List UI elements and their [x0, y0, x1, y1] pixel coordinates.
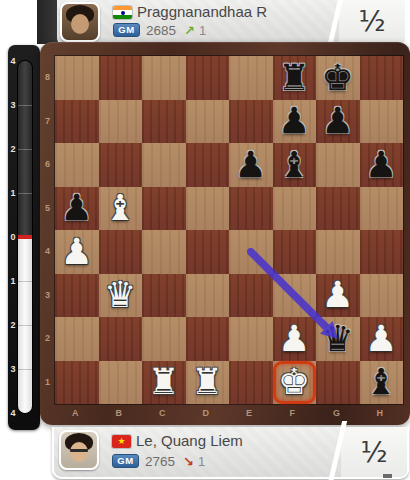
- player-avatar-bottom: [59, 430, 99, 470]
- rating-top: 2685: [146, 23, 176, 38]
- square-a2[interactable]: [55, 317, 99, 361]
- piece-wP-a4[interactable]: ♟: [55, 230, 99, 274]
- board-squares: ♜♚♟♟♟♝♟♟♝♟♛♟♟♛♟♜♜♚♝: [55, 56, 403, 404]
- eval-label-3: 1: [9, 188, 17, 198]
- file-label-f: F: [290, 408, 296, 418]
- square-h7[interactable]: [360, 100, 404, 144]
- square-b8[interactable]: [99, 56, 143, 100]
- rank-label-4: 4: [45, 246, 50, 256]
- square-d2[interactable]: [186, 317, 230, 361]
- piece-wR-d1[interactable]: ♜: [186, 361, 230, 405]
- square-a3[interactable]: [55, 274, 99, 318]
- square-g5[interactable]: [316, 187, 360, 231]
- avatar-face: [70, 442, 88, 462]
- square-c5[interactable]: [142, 187, 186, 231]
- player-bar-top: Praggnanandhaa R GM 2685 ↗ 1 ½: [57, 0, 405, 44]
- square-h4[interactable]: [360, 230, 404, 274]
- square-d4[interactable]: [186, 230, 230, 274]
- avatar-glasses: [70, 449, 88, 452]
- rating-trend-down-icon: ↘: [183, 454, 194, 469]
- flag-vietnam-icon: ★: [112, 435, 131, 448]
- score-bottom: ½: [360, 436, 387, 469]
- rank-label-7: 7: [45, 116, 50, 126]
- square-c7[interactable]: [142, 100, 186, 144]
- square-c2[interactable]: [142, 317, 186, 361]
- rating-bottom: 2765: [145, 454, 175, 469]
- piece-bB-h1[interactable]: ♝: [360, 361, 404, 405]
- piece-bB-f6[interactable]: ♝: [273, 143, 317, 187]
- piece-bR-f8[interactable]: ♜: [273, 56, 317, 100]
- square-e4[interactable]: [229, 230, 273, 274]
- rank-label-2: 2: [45, 333, 50, 343]
- square-h5[interactable]: [360, 187, 404, 231]
- square-b1[interactable]: [99, 361, 143, 405]
- evaluation-bar: 432101234: [8, 45, 40, 430]
- square-b2[interactable]: [99, 317, 143, 361]
- square-d7[interactable]: [186, 100, 230, 144]
- square-b4[interactable]: [99, 230, 143, 274]
- file-label-h: H: [377, 408, 384, 418]
- square-f4[interactable]: [273, 230, 317, 274]
- piece-bP-f7[interactable]: ♟: [273, 100, 317, 144]
- square-e7[interactable]: [229, 100, 273, 144]
- evaluation-zero-marker: [18, 235, 32, 239]
- title-badge-bottom: GM: [112, 454, 139, 468]
- rank-label-1: 1: [45, 377, 50, 387]
- evaluation-track: [18, 61, 32, 413]
- player-name-top: Praggnanandhaa R: [137, 3, 267, 20]
- square-f5[interactable]: [273, 187, 317, 231]
- piece-bP-e6[interactable]: ♟: [229, 143, 273, 187]
- square-e2[interactable]: [229, 317, 273, 361]
- square-d5[interactable]: [186, 187, 230, 231]
- rank-label-8: 8: [45, 72, 50, 82]
- square-d8[interactable]: [186, 56, 230, 100]
- eval-label-2: 2: [9, 144, 17, 154]
- square-g6[interactable]: [316, 143, 360, 187]
- square-a7[interactable]: [55, 100, 99, 144]
- square-e1[interactable]: [229, 361, 273, 405]
- piece-wR-c1[interactable]: ♜: [142, 361, 186, 405]
- square-c6[interactable]: [142, 143, 186, 187]
- player-name-bottom: Le, Quang Liem: [136, 432, 243, 449]
- score-top: ½: [358, 5, 385, 38]
- file-label-e: E: [246, 408, 252, 418]
- avatar-face: [71, 14, 89, 34]
- eval-tick: [18, 105, 32, 106]
- square-b7[interactable]: [99, 100, 143, 144]
- file-label-d: D: [203, 408, 210, 418]
- player-avatar-top: [60, 2, 100, 42]
- eval-tick: [18, 325, 32, 326]
- eval-label-0: 4: [9, 56, 17, 66]
- broadcast-panel: Praggnanandhaa R GM 2685 ↗ 1 ½ 432101234…: [0, 0, 410, 480]
- square-h3[interactable]: [360, 274, 404, 318]
- square-a8[interactable]: [55, 56, 99, 100]
- rating-trend-value-top: 1: [199, 23, 206, 38]
- piece-wP-h2[interactable]: ♟: [360, 317, 404, 361]
- file-label-a: A: [72, 408, 79, 418]
- piece-bK-g8[interactable]: ♚: [316, 56, 360, 100]
- piece-bP-h6[interactable]: ♟: [360, 143, 404, 187]
- piece-wK-f1[interactable]: ♚: [273, 361, 317, 405]
- square-h8[interactable]: [360, 56, 404, 100]
- square-b6[interactable]: [99, 143, 143, 187]
- square-a6[interactable]: [55, 143, 99, 187]
- rank-label-3: 3: [45, 290, 50, 300]
- background-panel-strip: [37, 0, 58, 44]
- square-f3[interactable]: [273, 274, 317, 318]
- square-g1[interactable]: [316, 361, 360, 405]
- eval-tick: [18, 193, 32, 194]
- file-label-c: C: [159, 408, 166, 418]
- file-label-b: B: [116, 408, 123, 418]
- square-c8[interactable]: [142, 56, 186, 100]
- eval-label-8: 4: [9, 408, 17, 418]
- square-a1[interactable]: [55, 361, 99, 405]
- square-d3[interactable]: [186, 274, 230, 318]
- square-g4[interactable]: [316, 230, 360, 274]
- piece-wP-f2[interactable]: ♟: [273, 317, 317, 361]
- square-d6[interactable]: [186, 143, 230, 187]
- board: ♜♚♟♟♟♝♟♟♝♟♛♟♟♛♟♜♜♚♝ 87654321ABCDEFGH: [40, 42, 410, 425]
- rank-label-5: 5: [45, 203, 50, 213]
- eval-label-5: 1: [9, 276, 17, 286]
- square-e5[interactable]: [229, 187, 273, 231]
- eval-tick: [18, 281, 32, 282]
- player-bar-bottom: ★ Le, Quang Liem GM 2765 ↘ 1 ½: [52, 427, 409, 479]
- rating-trend-up-icon: ↗: [184, 23, 195, 38]
- piece-wQ-b3[interactable]: ♛: [99, 274, 143, 318]
- piece-wB-b5[interactable]: ♝: [99, 187, 143, 231]
- eval-tick: [18, 369, 32, 370]
- eval-label-4: 0: [9, 232, 17, 242]
- score-zone-top: ½: [339, 0, 405, 42]
- file-label-g: G: [333, 408, 340, 418]
- piece-bP-g7[interactable]: ♟: [316, 100, 360, 144]
- flag-india-icon: [113, 6, 132, 19]
- square-e8[interactable]: [229, 56, 273, 100]
- eval-label-6: 2: [9, 320, 17, 330]
- square-c3[interactable]: [142, 274, 186, 318]
- piece-wP-g3[interactable]: ♟: [316, 274, 360, 318]
- piece-bP-a5[interactable]: ♟: [55, 187, 99, 231]
- panel-notch: [383, 474, 392, 478]
- rank-label-6: 6: [45, 159, 50, 169]
- square-e3[interactable]: [229, 274, 273, 318]
- piece-bQ-g2[interactable]: ♛: [316, 317, 360, 361]
- title-badge-top: GM: [113, 23, 140, 37]
- eval-tick: [18, 149, 32, 150]
- square-c4[interactable]: [142, 230, 186, 274]
- rating-trend-value-bottom: 1: [198, 454, 205, 469]
- eval-label-7: 3: [9, 364, 17, 374]
- eval-label-1: 3: [9, 100, 17, 110]
- score-zone-bottom: ½: [341, 427, 407, 477]
